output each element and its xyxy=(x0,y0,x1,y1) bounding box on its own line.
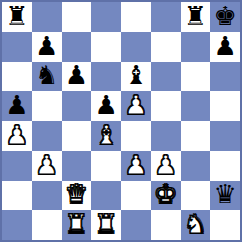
square-g5[interactable] xyxy=(181,91,211,121)
square-b4[interactable] xyxy=(32,121,62,151)
square-a3[interactable] xyxy=(2,151,32,181)
square-e3[interactable]: ♟ xyxy=(121,151,151,181)
square-b3[interactable]: ♟ xyxy=(32,151,62,181)
square-f5[interactable] xyxy=(151,91,181,121)
white-pawn: ♟ xyxy=(154,152,177,178)
square-b8[interactable] xyxy=(32,2,62,32)
square-e6[interactable]: ♝ xyxy=(121,62,151,92)
chess-board: ♜♜♚♟♟♞♟♝♟♟♟♟♝♟♟♟♛♚♛♜♜♞ xyxy=(0,0,242,242)
square-a4[interactable]: ♟ xyxy=(2,121,32,151)
square-h1[interactable] xyxy=(210,210,240,240)
square-c7[interactable] xyxy=(62,32,92,62)
square-e8[interactable] xyxy=(121,2,151,32)
black-pawn: ♟ xyxy=(35,33,58,59)
white-pawn: ♟ xyxy=(124,152,147,178)
square-a8[interactable]: ♜ xyxy=(2,2,32,32)
square-a7[interactable] xyxy=(2,32,32,62)
square-h7[interactable]: ♟ xyxy=(210,32,240,62)
black-queen: ♛ xyxy=(213,181,236,207)
white-king: ♚ xyxy=(154,181,177,207)
square-d3[interactable] xyxy=(91,151,121,181)
square-b6[interactable]: ♞ xyxy=(32,62,62,92)
square-f2[interactable]: ♚ xyxy=(151,181,181,211)
square-c4[interactable] xyxy=(62,121,92,151)
square-d6[interactable] xyxy=(91,62,121,92)
square-g6[interactable] xyxy=(181,62,211,92)
square-b1[interactable] xyxy=(32,210,62,240)
white-pawn: ♟ xyxy=(124,92,147,118)
white-pawn: ♟ xyxy=(35,152,58,178)
square-g3[interactable] xyxy=(181,151,211,181)
square-b2[interactable] xyxy=(32,181,62,211)
square-e7[interactable] xyxy=(121,32,151,62)
white-bishop: ♝ xyxy=(94,122,117,148)
square-d8[interactable] xyxy=(91,2,121,32)
square-h2[interactable]: ♛ xyxy=(210,181,240,211)
square-b5[interactable] xyxy=(32,91,62,121)
square-e4[interactable] xyxy=(121,121,151,151)
black-pawn: ♟ xyxy=(5,92,28,118)
square-f1[interactable] xyxy=(151,210,181,240)
square-d4[interactable]: ♝ xyxy=(91,121,121,151)
square-f8[interactable] xyxy=(151,2,181,32)
square-a2[interactable] xyxy=(2,181,32,211)
square-g1[interactable]: ♞ xyxy=(181,210,211,240)
black-pawn: ♟ xyxy=(65,62,88,88)
square-e1[interactable] xyxy=(121,210,151,240)
white-queen: ♛ xyxy=(65,181,88,207)
square-g4[interactable] xyxy=(181,121,211,151)
square-h5[interactable] xyxy=(210,91,240,121)
square-c6[interactable]: ♟ xyxy=(62,62,92,92)
black-knight: ♞ xyxy=(35,62,58,88)
square-g8[interactable]: ♜ xyxy=(181,2,211,32)
square-g7[interactable] xyxy=(181,32,211,62)
white-rook: ♜ xyxy=(94,211,117,237)
square-h6[interactable] xyxy=(210,62,240,92)
square-f4[interactable] xyxy=(151,121,181,151)
square-e5[interactable]: ♟ xyxy=(121,91,151,121)
square-f6[interactable] xyxy=(151,62,181,92)
square-g2[interactable] xyxy=(181,181,211,211)
black-pawn: ♟ xyxy=(94,92,117,118)
black-bishop: ♝ xyxy=(124,62,147,88)
square-d1[interactable]: ♜ xyxy=(91,210,121,240)
black-king: ♚ xyxy=(213,3,236,29)
black-rook: ♜ xyxy=(184,3,207,29)
square-c5[interactable] xyxy=(62,91,92,121)
square-b7[interactable]: ♟ xyxy=(32,32,62,62)
white-rook: ♜ xyxy=(65,211,88,237)
square-d2[interactable] xyxy=(91,181,121,211)
square-c2[interactable]: ♛ xyxy=(62,181,92,211)
square-c3[interactable] xyxy=(62,151,92,181)
square-d5[interactable]: ♟ xyxy=(91,91,121,121)
white-pawn: ♟ xyxy=(5,122,28,148)
square-a5[interactable]: ♟ xyxy=(2,91,32,121)
square-a1[interactable] xyxy=(2,210,32,240)
black-rook: ♜ xyxy=(5,3,28,29)
square-c8[interactable] xyxy=(62,2,92,32)
square-e2[interactable] xyxy=(121,181,151,211)
square-h3[interactable] xyxy=(210,151,240,181)
square-h4[interactable] xyxy=(210,121,240,151)
black-pawn: ♟ xyxy=(213,33,236,59)
square-h8[interactable]: ♚ xyxy=(210,2,240,32)
square-f3[interactable]: ♟ xyxy=(151,151,181,181)
square-a6[interactable] xyxy=(2,62,32,92)
square-f7[interactable] xyxy=(151,32,181,62)
square-c1[interactable]: ♜ xyxy=(62,210,92,240)
square-d7[interactable] xyxy=(91,32,121,62)
white-knight: ♞ xyxy=(184,211,207,237)
